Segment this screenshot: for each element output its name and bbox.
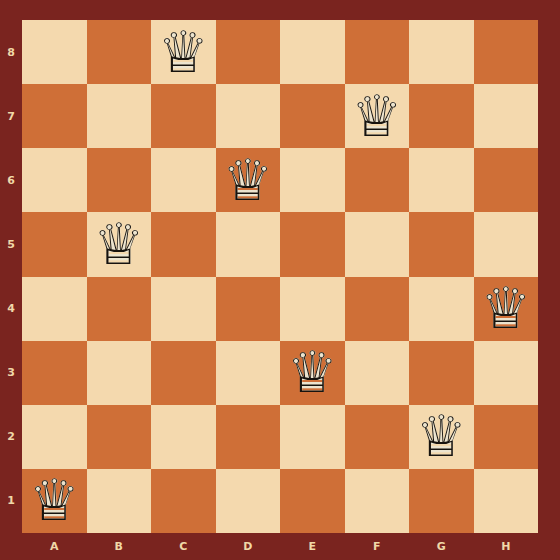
square-c2[interactable] — [151, 405, 216, 469]
square-b2[interactable] — [87, 405, 152, 469]
square-f1[interactable] — [345, 469, 410, 533]
square-h3[interactable] — [474, 341, 539, 405]
square-a5[interactable] — [22, 212, 87, 276]
file-label-e: E — [280, 533, 345, 560]
square-b8[interactable] — [87, 20, 152, 84]
white-queen[interactable]: ♛♕ — [22, 469, 87, 533]
square-a7[interactable] — [22, 84, 87, 148]
square-a8[interactable] — [22, 20, 87, 84]
rank-label-4: 4 — [0, 277, 22, 341]
square-g5[interactable] — [409, 212, 474, 276]
square-b4[interactable] — [87, 277, 152, 341]
square-e5[interactable] — [280, 212, 345, 276]
rank-label-3: 3 — [0, 341, 22, 405]
rank-labels: 87654321 — [0, 20, 22, 533]
square-h6[interactable] — [474, 148, 539, 212]
square-h8[interactable] — [474, 20, 539, 84]
square-c3[interactable] — [151, 341, 216, 405]
square-d6[interactable]: ♛♕ — [216, 148, 281, 212]
file-label-b: B — [87, 533, 152, 560]
square-d3[interactable] — [216, 341, 281, 405]
square-e4[interactable] — [280, 277, 345, 341]
square-a6[interactable] — [22, 148, 87, 212]
board-frame: 87654321 ♛♕♛♕♛♕♛♕♛♕♛♕♛♕♛♕ ABCDEFGH — [0, 0, 560, 560]
white-queen-glyph-outline: ♕ — [474, 277, 539, 341]
white-queen[interactable]: ♛♕ — [409, 405, 474, 469]
rank-label-2: 2 — [0, 405, 22, 469]
square-d8[interactable] — [216, 20, 281, 84]
square-f7[interactable]: ♛♕ — [345, 84, 410, 148]
file-label-f: F — [345, 533, 410, 560]
square-f6[interactable] — [345, 148, 410, 212]
square-e6[interactable] — [280, 148, 345, 212]
square-f3[interactable] — [345, 341, 410, 405]
square-h7[interactable] — [474, 84, 539, 148]
square-c1[interactable] — [151, 469, 216, 533]
square-d1[interactable] — [216, 469, 281, 533]
rank-label-6: 6 — [0, 148, 22, 212]
white-queen-glyph-outline: ♕ — [280, 341, 345, 405]
white-queen[interactable]: ♛♕ — [474, 277, 539, 341]
white-queen[interactable]: ♛♕ — [280, 341, 345, 405]
file-label-c: C — [151, 533, 216, 560]
square-f5[interactable] — [345, 212, 410, 276]
square-c6[interactable] — [151, 148, 216, 212]
white-queen-glyph-outline: ♕ — [151, 20, 216, 84]
white-queen-glyph-outline: ♕ — [409, 405, 474, 469]
square-g1[interactable] — [409, 469, 474, 533]
chessboard: ♛♕♛♕♛♕♛♕♛♕♛♕♛♕♛♕ — [22, 20, 538, 533]
square-d7[interactable] — [216, 84, 281, 148]
white-queen[interactable]: ♛♕ — [151, 20, 216, 84]
white-queen-glyph-outline: ♕ — [22, 469, 87, 533]
square-d2[interactable] — [216, 405, 281, 469]
square-h4[interactable]: ♛♕ — [474, 277, 539, 341]
square-b1[interactable] — [87, 469, 152, 533]
square-e1[interactable] — [280, 469, 345, 533]
white-queen-glyph-outline: ♕ — [345, 84, 410, 148]
square-g6[interactable] — [409, 148, 474, 212]
file-label-g: G — [409, 533, 474, 560]
square-d5[interactable] — [216, 212, 281, 276]
square-f2[interactable] — [345, 405, 410, 469]
file-label-h: H — [474, 533, 539, 560]
square-e7[interactable] — [280, 84, 345, 148]
white-queen[interactable]: ♛♕ — [87, 212, 152, 276]
square-a4[interactable] — [22, 277, 87, 341]
square-b3[interactable] — [87, 341, 152, 405]
square-g2[interactable]: ♛♕ — [409, 405, 474, 469]
white-queen[interactable]: ♛♕ — [345, 84, 410, 148]
file-labels: ABCDEFGH — [22, 533, 538, 560]
square-a2[interactable] — [22, 405, 87, 469]
square-g3[interactable] — [409, 341, 474, 405]
square-g4[interactable] — [409, 277, 474, 341]
square-e8[interactable] — [280, 20, 345, 84]
square-g8[interactable] — [409, 20, 474, 84]
square-f8[interactable] — [345, 20, 410, 84]
file-label-a: A — [22, 533, 87, 560]
rank-label-5: 5 — [0, 212, 22, 276]
square-a3[interactable] — [22, 341, 87, 405]
square-f4[interactable] — [345, 277, 410, 341]
square-g7[interactable] — [409, 84, 474, 148]
white-queen-glyph-outline: ♕ — [216, 148, 281, 212]
square-b6[interactable] — [87, 148, 152, 212]
square-c4[interactable] — [151, 277, 216, 341]
square-h1[interactable] — [474, 469, 539, 533]
square-d4[interactable] — [216, 277, 281, 341]
square-e2[interactable] — [280, 405, 345, 469]
rank-label-7: 7 — [0, 84, 22, 148]
square-c8[interactable]: ♛♕ — [151, 20, 216, 84]
rank-label-8: 8 — [0, 20, 22, 84]
rank-label-1: 1 — [0, 469, 22, 533]
square-b7[interactable] — [87, 84, 152, 148]
square-c7[interactable] — [151, 84, 216, 148]
file-label-d: D — [216, 533, 281, 560]
square-c5[interactable] — [151, 212, 216, 276]
white-queen-glyph-outline: ♕ — [87, 212, 152, 276]
square-h2[interactable] — [474, 405, 539, 469]
square-h5[interactable] — [474, 212, 539, 276]
square-b5[interactable]: ♛♕ — [87, 212, 152, 276]
square-e3[interactable]: ♛♕ — [280, 341, 345, 405]
square-a1[interactable]: ♛♕ — [22, 469, 87, 533]
white-queen[interactable]: ♛♕ — [216, 148, 281, 212]
